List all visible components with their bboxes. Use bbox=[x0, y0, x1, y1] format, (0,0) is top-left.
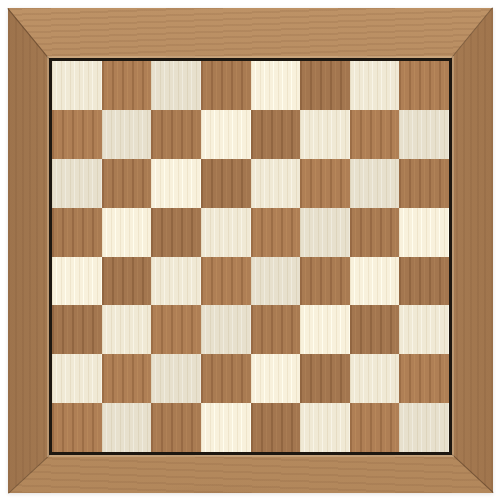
square-a1[interactable] bbox=[52, 403, 102, 452]
square-c7[interactable] bbox=[151, 110, 201, 159]
board-grid bbox=[49, 58, 452, 455]
square-f4[interactable] bbox=[300, 257, 350, 306]
square-c3[interactable] bbox=[151, 305, 201, 354]
square-f6[interactable] bbox=[300, 159, 350, 208]
square-h2[interactable] bbox=[399, 354, 449, 403]
square-b3[interactable] bbox=[102, 305, 152, 354]
square-g7[interactable] bbox=[350, 110, 400, 159]
square-b4[interactable] bbox=[102, 257, 152, 306]
square-d4[interactable] bbox=[201, 257, 251, 306]
square-a7[interactable] bbox=[52, 110, 102, 159]
square-b7[interactable] bbox=[102, 110, 152, 159]
square-g8[interactable] bbox=[350, 61, 400, 110]
square-f8[interactable] bbox=[300, 61, 350, 110]
square-c8[interactable] bbox=[151, 61, 201, 110]
square-g4[interactable] bbox=[350, 257, 400, 306]
square-h1[interactable] bbox=[399, 403, 449, 452]
square-e1[interactable] bbox=[251, 403, 301, 452]
square-a3[interactable] bbox=[52, 305, 102, 354]
square-h4[interactable] bbox=[399, 257, 449, 306]
square-h6[interactable] bbox=[399, 159, 449, 208]
square-a4[interactable] bbox=[52, 257, 102, 306]
square-b8[interactable] bbox=[102, 61, 152, 110]
square-b6[interactable] bbox=[102, 159, 152, 208]
square-f1[interactable] bbox=[300, 403, 350, 452]
square-h8[interactable] bbox=[399, 61, 449, 110]
square-b2[interactable] bbox=[102, 354, 152, 403]
square-d7[interactable] bbox=[201, 110, 251, 159]
square-e5[interactable] bbox=[251, 208, 301, 257]
square-g3[interactable] bbox=[350, 305, 400, 354]
square-d1[interactable] bbox=[201, 403, 251, 452]
square-d5[interactable] bbox=[201, 208, 251, 257]
square-h7[interactable] bbox=[399, 110, 449, 159]
square-f2[interactable] bbox=[300, 354, 350, 403]
square-f7[interactable] bbox=[300, 110, 350, 159]
square-g2[interactable] bbox=[350, 354, 400, 403]
square-c1[interactable] bbox=[151, 403, 201, 452]
square-d6[interactable] bbox=[201, 159, 251, 208]
square-g1[interactable] bbox=[350, 403, 400, 452]
square-e4[interactable] bbox=[251, 257, 301, 306]
product-photo bbox=[0, 0, 496, 500]
square-f5[interactable] bbox=[300, 208, 350, 257]
square-c2[interactable] bbox=[151, 354, 201, 403]
square-e8[interactable] bbox=[251, 61, 301, 110]
square-d2[interactable] bbox=[201, 354, 251, 403]
square-e2[interactable] bbox=[251, 354, 301, 403]
chess-board bbox=[8, 8, 493, 493]
square-e6[interactable] bbox=[251, 159, 301, 208]
square-h3[interactable] bbox=[399, 305, 449, 354]
square-a5[interactable] bbox=[52, 208, 102, 257]
square-a2[interactable] bbox=[52, 354, 102, 403]
square-g6[interactable] bbox=[350, 159, 400, 208]
square-c6[interactable] bbox=[151, 159, 201, 208]
square-c5[interactable] bbox=[151, 208, 201, 257]
square-e7[interactable] bbox=[251, 110, 301, 159]
square-f3[interactable] bbox=[300, 305, 350, 354]
square-b1[interactable] bbox=[102, 403, 152, 452]
square-a6[interactable] bbox=[52, 159, 102, 208]
square-b5[interactable] bbox=[102, 208, 152, 257]
square-c4[interactable] bbox=[151, 257, 201, 306]
square-d3[interactable] bbox=[201, 305, 251, 354]
square-e3[interactable] bbox=[251, 305, 301, 354]
square-h5[interactable] bbox=[399, 208, 449, 257]
square-g5[interactable] bbox=[350, 208, 400, 257]
square-d8[interactable] bbox=[201, 61, 251, 110]
square-a8[interactable] bbox=[52, 61, 102, 110]
